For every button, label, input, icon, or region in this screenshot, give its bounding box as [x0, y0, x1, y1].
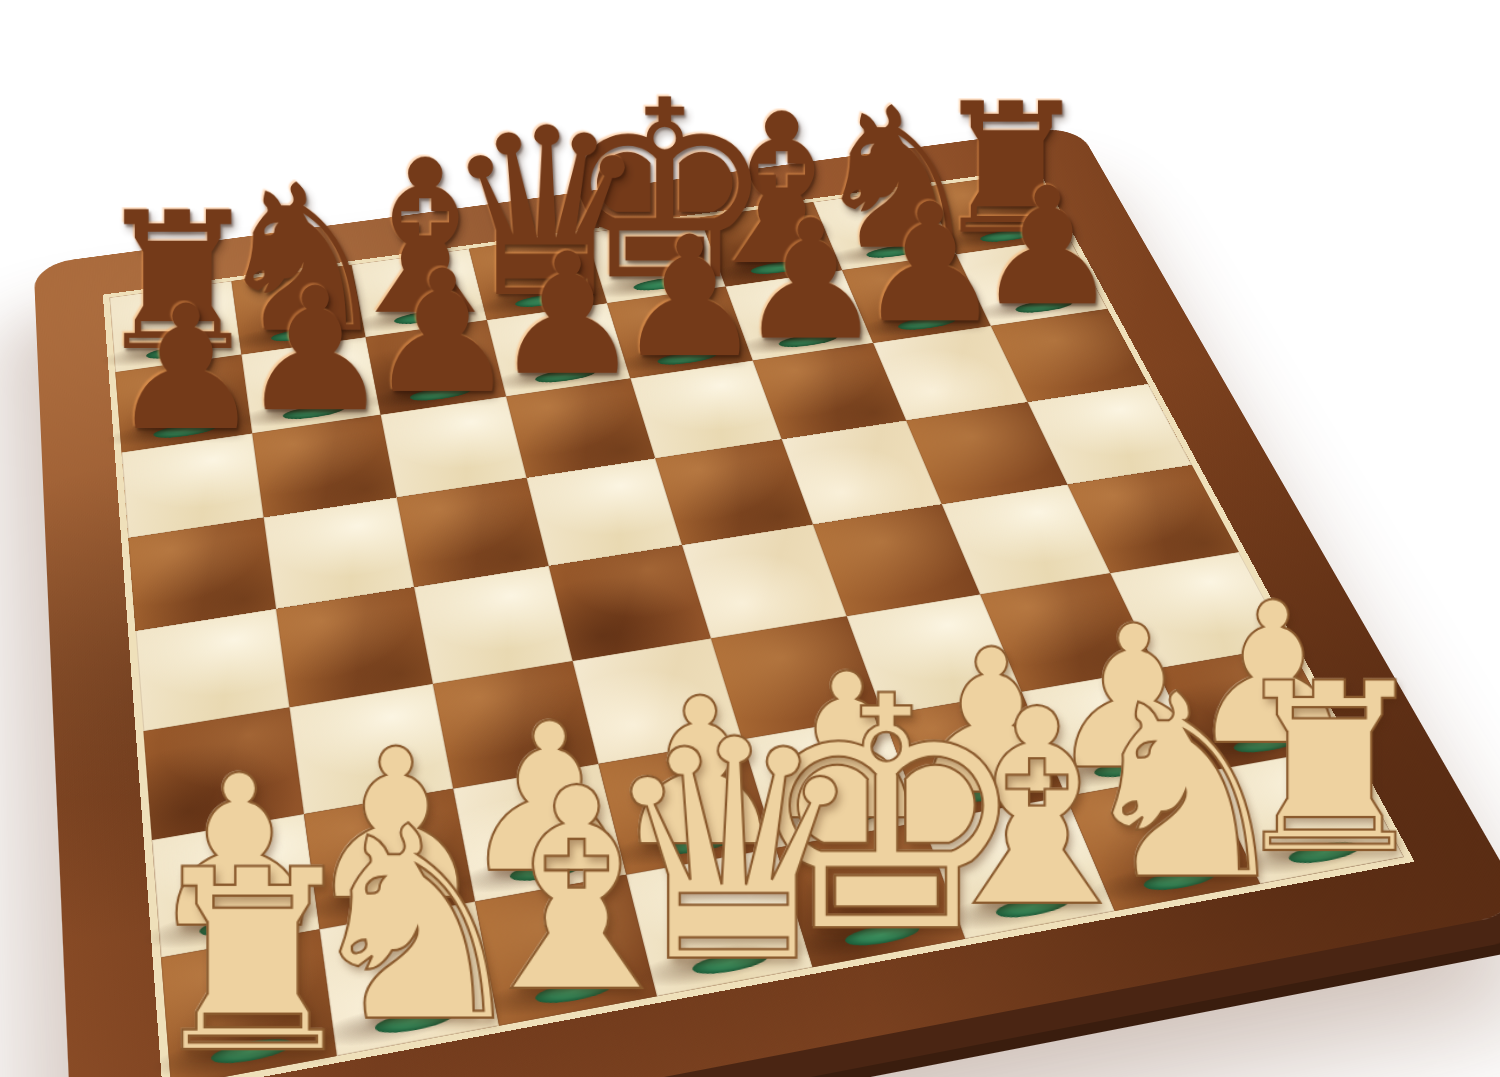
board-scene: ♜♞♝♛♚♝♞♜♟♟♟♟♟♟♟♟♟♟♟♟♟♟♟♟♜♞♝♛♚♝♞♜ — [0, 0, 1500, 1077]
square-a5[interactable] — [128, 517, 275, 630]
square-b6[interactable] — [252, 414, 396, 517]
piece-white-rook-a1[interactable]: ♜ — [141, 862, 366, 1063]
square-a1[interactable]: ♜ — [161, 929, 337, 1077]
square-d6[interactable] — [506, 378, 655, 478]
square-h4[interactable] — [1068, 464, 1239, 572]
board-grid: ♜♞♝♛♚♝♞♜♟♟♟♟♟♟♟♟♟♟♟♟♟♟♟♟♜♞♝♛♚♝♞♜ — [103, 168, 1415, 1077]
square-d5[interactable] — [527, 458, 682, 565]
square-c5[interactable] — [396, 477, 549, 586]
square-b5[interactable] — [263, 497, 413, 608]
photo-canvas: ♜♞♝♛♚♝♞♜♟♟♟♟♟♟♟♟♟♟♟♟♟♟♟♟♜♞♝♛♚♝♞♜ — [0, 0, 1500, 1077]
square-a7[interactable]: ♟ — [115, 354, 252, 452]
square-a6[interactable] — [122, 433, 264, 538]
board-frame: ♜♞♝♛♚♝♞♜♟♟♟♟♟♟♟♟♟♟♟♟♟♟♟♟♜♞♝♛♚♝♞♜ — [34, 126, 1500, 1077]
piece-black-pawn-a7[interactable]: ♟ — [109, 300, 263, 438]
